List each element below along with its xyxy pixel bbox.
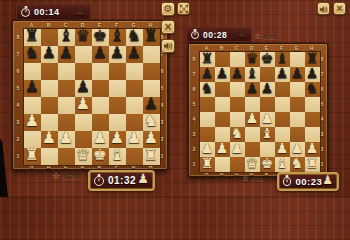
rank-label: 3 [190, 126, 198, 141]
piece-white-pawn: ♟ [110, 130, 124, 146]
piece-black-pawn: ♟ [246, 81, 259, 95]
square[interactable] [305, 112, 320, 127]
piece-white-pawn: ♟ [246, 111, 259, 125]
piece-black-rook: ♜ [144, 28, 158, 44]
piece-white-rook: ♜ [144, 147, 158, 163]
piece-black-queen: ♛ [246, 51, 259, 65]
square[interactable] [58, 63, 75, 80]
square[interactable] [58, 80, 75, 97]
square[interactable] [41, 63, 58, 80]
white-pawn-icon: ♟ [137, 172, 149, 185]
board-grid: ♜♛♚♝♜♟♟♟♝♟♟♟♞♟♟♞♟♟♞♝♟♟♟♟♟♟♜♛♚♝♞♜ [199, 51, 321, 173]
square[interactable] [126, 97, 143, 114]
square[interactable] [126, 63, 143, 80]
piece-white-pawn: ♟ [76, 96, 90, 112]
square[interactable]: ♟ [230, 67, 245, 82]
piece-black-bishop: ♝ [110, 28, 124, 44]
right-black-clock: 00:28 ♟ [186, 27, 252, 42]
close-button[interactable]: × [161, 20, 175, 34]
square[interactable] [143, 46, 160, 63]
rank-label: 6 [14, 62, 22, 79]
square[interactable] [75, 131, 92, 148]
square[interactable] [41, 80, 58, 97]
rank-labels-left: 87654321 [190, 51, 198, 171]
square[interactable]: ♝ [58, 29, 75, 46]
square[interactable] [41, 114, 58, 131]
piece-white-pawn: ♟ [201, 141, 214, 155]
rank-label: 5 [14, 79, 22, 96]
piece-black-rook: ♜ [25, 28, 39, 44]
square[interactable]: ♟ [245, 82, 260, 97]
clock-time: 00:14 [34, 7, 60, 17]
screen-edge-shadow [0, 138, 8, 197]
square[interactable]: ♟ [58, 131, 75, 148]
square[interactable] [75, 63, 92, 80]
square[interactable] [215, 112, 230, 127]
piece-white-queen: ♛ [246, 156, 259, 170]
square[interactable]: ♜ [305, 157, 320, 172]
square[interactable]: ♜ [143, 148, 160, 165]
rating-value: 4076 [62, 173, 76, 180]
clock-time: 00:28 [203, 30, 227, 40]
piece-black-knight: ♞ [127, 28, 141, 44]
square[interactable]: ♚ [260, 52, 275, 67]
square[interactable] [143, 80, 160, 97]
rank-label: 2 [14, 130, 22, 147]
piece-black-pawn: ♟ [76, 79, 90, 95]
piece-black-pawn: ♟ [216, 66, 229, 80]
square[interactable]: ♜ [24, 29, 41, 46]
square[interactable] [109, 114, 126, 131]
square[interactable]: ♟ [58, 46, 75, 63]
square[interactable]: ♟ [245, 112, 260, 127]
board-grid: ♜♝♛♚♝♞♜♞♟♟♟♟♟♟♟♟♟♟♞♟♟♟♟♟♟♜♛♚♝♜ [23, 28, 161, 166]
piece-black-rook: ♜ [306, 51, 319, 65]
piece-black-pawn: ♟ [276, 66, 289, 80]
square[interactable] [75, 46, 92, 63]
black-pawn-icon: ♟ [236, 27, 247, 39]
piece-white-pawn: ♟ [93, 130, 107, 146]
square[interactable] [215, 82, 230, 97]
square[interactable]: ♟ [290, 67, 305, 82]
square[interactable] [290, 82, 305, 97]
square[interactable]: ♟ [143, 131, 160, 148]
square[interactable]: ♟ [260, 82, 275, 97]
square[interactable] [92, 97, 109, 114]
square[interactable]: ♟ [92, 131, 109, 148]
gear-icon: ⚙ [164, 4, 173, 14]
right-bottom-rating: ☆ 4780 [242, 175, 263, 183]
piece-black-knight: ♞ [25, 45, 39, 61]
square[interactable]: ♝ [275, 157, 290, 172]
piece-white-pawn: ♟ [231, 141, 244, 155]
square[interactable]: ♚ [92, 29, 109, 46]
left-rating: ☆ 4076 [52, 172, 77, 181]
square[interactable]: ♞ [143, 114, 160, 131]
clock-time: 00:23 [295, 176, 322, 187]
piece-white-knight: ♞ [231, 126, 244, 140]
square[interactable] [305, 97, 320, 112]
square[interactable]: ♟ [24, 80, 41, 97]
piece-white-queen: ♛ [76, 147, 90, 163]
square[interactable] [126, 148, 143, 165]
square[interactable]: ♞ [24, 46, 41, 63]
square[interactable]: ♟ [24, 114, 41, 131]
right-chess-board: ABCDEFGHABCDEFGH8765432187654321♜♛♚♝♜♟♟♟… [188, 43, 328, 177]
square[interactable]: ♟ [92, 46, 109, 63]
stopwatch-icon [21, 8, 30, 17]
piece-white-knight: ♞ [144, 113, 158, 129]
piece-white-pawn: ♟ [59, 130, 73, 146]
square[interactable] [58, 114, 75, 131]
piece-white-pawn: ♟ [306, 141, 319, 155]
square[interactable] [290, 112, 305, 127]
square[interactable]: ♝ [260, 127, 275, 142]
piece-white-bishop: ♝ [110, 147, 124, 163]
square[interactable]: ♞ [305, 82, 320, 97]
star-icon: ☆ [254, 33, 261, 41]
piece-black-pawn: ♟ [42, 45, 56, 61]
piece-black-bishop: ♝ [246, 66, 259, 80]
rank-label: 4 [190, 111, 198, 126]
black-pawn-icon: ♟ [73, 3, 86, 17]
piece-white-pawn: ♟ [42, 130, 56, 146]
square[interactable]: ♟ [109, 131, 126, 148]
square[interactable]: ♛ [245, 157, 260, 172]
piece-black-pawn: ♟ [93, 45, 107, 61]
square[interactable]: ♚ [92, 148, 109, 165]
square[interactable]: ♝ [109, 148, 126, 165]
square[interactable]: ♟ [109, 46, 126, 63]
square[interactable]: ♞ [126, 29, 143, 46]
piece-black-pawn: ♟ [110, 45, 124, 61]
right-top-rating: ☆ 4718 [254, 33, 275, 41]
square[interactable] [24, 97, 41, 114]
rank-label: 7 [190, 66, 198, 81]
piece-white-pawn: ♟ [276, 141, 289, 155]
square[interactable]: ♛ [75, 29, 92, 46]
sound-button[interactable] [161, 39, 175, 53]
piece-black-queen: ♛ [76, 28, 90, 44]
square[interactable]: ♚ [260, 157, 275, 172]
square[interactable] [109, 80, 126, 97]
close-button-right[interactable]: × [333, 2, 346, 15]
close-icon: × [164, 21, 171, 33]
square[interactable] [41, 97, 58, 114]
rank-label: 8 [190, 51, 198, 66]
square[interactable] [200, 97, 215, 112]
rank-label: 1 [190, 156, 198, 171]
square[interactable]: ♟ [215, 142, 230, 157]
left-chess-board: ABCDEFGHABCDEFGH8765432187654321♜♝♛♚♝♞♜♞… [12, 20, 168, 170]
square[interactable]: ♟ [215, 67, 230, 82]
piece-white-bishop: ♝ [276, 156, 289, 170]
rank-label: 1 [14, 147, 22, 164]
piece-black-rook: ♜ [201, 51, 214, 65]
piece-black-pawn: ♟ [291, 66, 304, 80]
square[interactable]: ♟ [275, 67, 290, 82]
piece-black-pawn: ♟ [127, 45, 141, 61]
piece-white-king: ♚ [93, 147, 107, 163]
square[interactable] [230, 157, 245, 172]
square[interactable] [41, 148, 58, 165]
square[interactable] [200, 112, 215, 127]
stopwatch-icon [94, 176, 104, 186]
square[interactable] [215, 157, 230, 172]
piece-black-pawn: ♟ [231, 66, 244, 80]
expand-icon [179, 1, 189, 17]
square[interactable] [75, 114, 92, 131]
square[interactable] [230, 82, 245, 97]
square[interactable] [58, 97, 75, 114]
rating-value: 4718 [263, 34, 275, 40]
piece-white-pawn: ♟ [216, 141, 229, 155]
rank-label: 8 [14, 28, 22, 45]
piece-white-pawn: ♟ [261, 111, 274, 125]
square[interactable] [230, 97, 245, 112]
piece-black-king: ♚ [261, 51, 274, 65]
piece-white-rook: ♜ [25, 147, 39, 163]
white-pawn-icon: ♟ [322, 174, 333, 186]
piece-white-king: ♚ [261, 156, 274, 170]
piece-black-bishop: ♝ [276, 51, 289, 65]
stopwatch-icon [191, 31, 199, 39]
clock-time: 01:32 [108, 175, 136, 186]
square[interactable]: ♝ [109, 29, 126, 46]
square[interactable] [275, 97, 290, 112]
piece-black-pawn: ♟ [201, 66, 214, 80]
square[interactable]: ♟ [143, 97, 160, 114]
piece-white-bishop: ♝ [261, 126, 274, 140]
square[interactable] [92, 63, 109, 80]
left-white-clock: 01:32 ♟ [88, 170, 155, 191]
square[interactable] [109, 63, 126, 80]
square[interactable]: ♟ [41, 131, 58, 148]
piece-white-pawn: ♟ [144, 130, 158, 146]
square[interactable] [24, 63, 41, 80]
fullscreen-button[interactable] [177, 2, 190, 15]
square[interactable]: ♜ [200, 157, 215, 172]
square[interactable]: ♞ [200, 82, 215, 97]
square[interactable]: ♜ [24, 148, 41, 165]
square[interactable] [290, 97, 305, 112]
piece-black-pawn: ♟ [306, 66, 319, 80]
rank-labels-left: 87654321 [14, 28, 22, 164]
piece-black-pawn: ♟ [59, 45, 73, 61]
square[interactable] [24, 131, 41, 148]
speaker-icon [319, 1, 328, 17]
square[interactable] [275, 82, 290, 97]
close-icon: × [336, 3, 342, 14]
stopwatch-icon [283, 177, 291, 186]
piece-white-rook: ♜ [306, 156, 319, 170]
piece-white-rook: ♜ [201, 156, 214, 170]
piece-black-pawn: ♟ [261, 81, 274, 95]
square[interactable] [215, 97, 230, 112]
settings-button[interactable]: ⚙ [161, 2, 175, 16]
left-black-clock: 00:14 ♟ [16, 4, 91, 20]
square[interactable]: ♟ [126, 131, 143, 148]
piece-black-pawn: ♟ [25, 79, 39, 95]
square[interactable]: ♟ [75, 80, 92, 97]
speaker-icon [163, 38, 173, 54]
sound-button-right[interactable] [317, 2, 330, 15]
piece-white-knight: ♞ [291, 156, 304, 170]
piece-black-pawn: ♟ [144, 96, 158, 112]
square[interactable] [245, 127, 260, 142]
square[interactable] [275, 112, 290, 127]
square[interactable] [109, 97, 126, 114]
square[interactable]: ♟ [126, 46, 143, 63]
piece-black-bishop: ♝ [59, 28, 73, 44]
square[interactable]: ♜ [143, 29, 160, 46]
rank-label: 2 [190, 141, 198, 156]
star-icon: ☆ [242, 175, 249, 183]
piece-white-pawn: ♟ [291, 141, 304, 155]
square[interactable] [41, 29, 58, 46]
square[interactable] [92, 80, 109, 97]
square[interactable] [58, 148, 75, 165]
rank-label: 6 [190, 81, 198, 96]
square[interactable]: ♟ [230, 142, 245, 157]
square[interactable]: ♞ [290, 157, 305, 172]
piece-black-king: ♚ [93, 28, 107, 44]
rank-label: 5 [190, 96, 198, 111]
square[interactable]: ♟ [41, 46, 58, 63]
star-icon: ☆ [52, 172, 60, 181]
square[interactable] [126, 114, 143, 131]
piece-black-knight: ♞ [201, 81, 214, 95]
piece-white-pawn: ♟ [127, 130, 141, 146]
piece-white-pawn: ♟ [25, 113, 39, 129]
square[interactable] [126, 80, 143, 97]
rank-label: 4 [14, 96, 22, 113]
square[interactable] [143, 63, 160, 80]
square[interactable]: ♟ [75, 97, 92, 114]
rank-label: 7 [14, 45, 22, 62]
rank-label: 3 [14, 113, 22, 130]
square[interactable] [92, 114, 109, 131]
rating-value: 4780 [251, 176, 263, 182]
right-white-clock: 00:23 ♟ [277, 172, 339, 191]
piece-black-knight: ♞ [306, 81, 319, 95]
square[interactable]: ♛ [75, 148, 92, 165]
